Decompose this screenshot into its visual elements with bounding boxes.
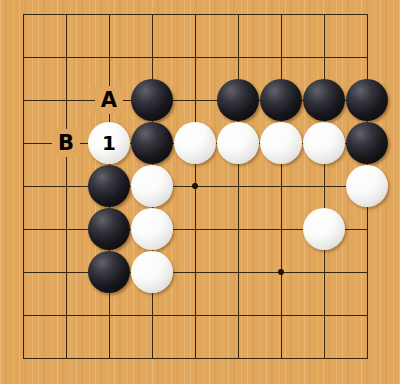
grid-line-vertical (324, 14, 325, 359)
black-stone[interactable] (88, 208, 130, 250)
go-board[interactable]: AB1 (0, 0, 400, 384)
star-point (192, 183, 198, 189)
white-stone[interactable] (131, 251, 173, 293)
black-stone[interactable] (217, 79, 259, 121)
white-stone[interactable]: 1 (88, 122, 130, 164)
black-stone[interactable] (346, 122, 388, 164)
white-stone[interactable] (217, 122, 259, 164)
white-stone[interactable] (131, 208, 173, 250)
black-stone[interactable] (260, 79, 302, 121)
grid-line-vertical (281, 14, 282, 359)
white-stone[interactable] (346, 165, 388, 207)
white-stone[interactable] (174, 122, 216, 164)
star-point (278, 269, 284, 275)
label-text: A (101, 90, 117, 111)
go-board-stage: AB1 (0, 0, 400, 384)
black-stone[interactable] (303, 79, 345, 121)
move-number: 1 (102, 133, 116, 153)
label-A[interactable]: A (95, 86, 123, 114)
black-stone[interactable] (88, 165, 130, 207)
grid-line-vertical (238, 14, 239, 359)
grid-line-horizontal (23, 358, 368, 359)
black-stone[interactable] (131, 122, 173, 164)
grid-line-horizontal (23, 315, 368, 316)
label-text: B (58, 133, 74, 154)
white-stone[interactable] (303, 208, 345, 250)
white-stone[interactable] (260, 122, 302, 164)
black-stone[interactable] (131, 79, 173, 121)
white-stone[interactable] (303, 122, 345, 164)
label-B[interactable]: B (52, 129, 80, 157)
grid-line-horizontal (23, 272, 368, 273)
black-stone[interactable] (88, 251, 130, 293)
white-stone[interactable] (131, 165, 173, 207)
black-stone[interactable] (346, 79, 388, 121)
